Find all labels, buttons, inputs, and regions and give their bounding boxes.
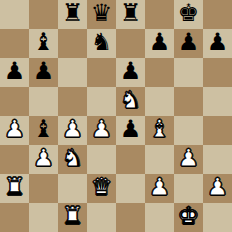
square-a3[interactable] [0, 145, 29, 174]
piece-black-bishop[interactable]: ♝ [33, 29, 55, 57]
square-b6[interactable]: ♟ [29, 58, 58, 87]
square-h7[interactable]: ♟ [203, 29, 232, 58]
square-g2[interactable] [174, 174, 203, 203]
piece-black-pawn[interactable]: ♟ [120, 58, 142, 86]
piece-white-pawn[interactable]: ♟ [178, 145, 200, 173]
chess-board-container: ♜♛♜♚♝♞♟♟♟♟♟♟♞♟♝♟♟♟♝♟♞♟♜♛♟♟♜♚ [0, 0, 232, 232]
square-g6[interactable] [174, 58, 203, 87]
square-f2[interactable]: ♟ [145, 174, 174, 203]
square-a4[interactable]: ♟ [0, 116, 29, 145]
piece-white-king[interactable]: ♚ [178, 203, 200, 231]
square-g1[interactable]: ♚ [174, 203, 203, 232]
piece-white-queen[interactable]: ♛ [91, 174, 113, 202]
square-d2[interactable]: ♛ [87, 174, 116, 203]
square-h6[interactable] [203, 58, 232, 87]
square-g7[interactable]: ♟ [174, 29, 203, 58]
square-d6[interactable] [87, 58, 116, 87]
square-b4[interactable]: ♝ [29, 116, 58, 145]
square-f3[interactable] [145, 145, 174, 174]
square-c7[interactable] [58, 29, 87, 58]
piece-white-pawn[interactable]: ♟ [207, 174, 229, 202]
square-c6[interactable] [58, 58, 87, 87]
square-c1[interactable]: ♜ [58, 203, 87, 232]
square-b5[interactable] [29, 87, 58, 116]
piece-white-rook[interactable]: ♜ [62, 203, 84, 231]
piece-white-pawn[interactable]: ♟ [62, 116, 84, 144]
square-f7[interactable]: ♟ [145, 29, 174, 58]
square-c8[interactable]: ♜ [58, 0, 87, 29]
square-h2[interactable]: ♟ [203, 174, 232, 203]
square-g3[interactable]: ♟ [174, 145, 203, 174]
square-c5[interactable] [58, 87, 87, 116]
piece-white-pawn[interactable]: ♟ [91, 116, 113, 144]
square-e8[interactable]: ♜ [116, 0, 145, 29]
square-h8[interactable] [203, 0, 232, 29]
square-e7[interactable] [116, 29, 145, 58]
piece-black-queen[interactable]: ♛ [91, 0, 113, 28]
piece-white-pawn[interactable]: ♟ [149, 174, 171, 202]
square-d4[interactable]: ♟ [87, 116, 116, 145]
piece-black-knight[interactable]: ♞ [91, 29, 113, 57]
square-a6[interactable]: ♟ [0, 58, 29, 87]
square-c2[interactable] [58, 174, 87, 203]
square-f6[interactable] [145, 58, 174, 87]
square-h4[interactable] [203, 116, 232, 145]
piece-white-bishop[interactable]: ♝ [149, 116, 171, 144]
square-f4[interactable]: ♝ [145, 116, 174, 145]
square-d7[interactable]: ♞ [87, 29, 116, 58]
square-b2[interactable] [29, 174, 58, 203]
piece-white-knight[interactable]: ♞ [62, 145, 84, 173]
piece-black-pawn[interactable]: ♟ [178, 29, 200, 57]
square-a5[interactable] [0, 87, 29, 116]
chess-board: ♜♛♜♚♝♞♟♟♟♟♟♟♞♟♝♟♟♟♝♟♞♟♜♛♟♟♜♚ [0, 0, 232, 232]
square-h1[interactable] [203, 203, 232, 232]
square-e4[interactable]: ♟ [116, 116, 145, 145]
square-b7[interactable]: ♝ [29, 29, 58, 58]
square-d3[interactable] [87, 145, 116, 174]
square-d5[interactable] [87, 87, 116, 116]
square-a1[interactable] [0, 203, 29, 232]
piece-black-pawn[interactable]: ♟ [149, 29, 171, 57]
piece-white-rook[interactable]: ♜ [4, 174, 26, 202]
square-f1[interactable] [145, 203, 174, 232]
square-b1[interactable] [29, 203, 58, 232]
square-h3[interactable] [203, 145, 232, 174]
square-d1[interactable] [87, 203, 116, 232]
piece-black-rook[interactable]: ♜ [62, 0, 84, 28]
square-e3[interactable] [116, 145, 145, 174]
square-g4[interactable] [174, 116, 203, 145]
square-c3[interactable]: ♞ [58, 145, 87, 174]
square-f5[interactable] [145, 87, 174, 116]
square-e2[interactable] [116, 174, 145, 203]
piece-black-pawn[interactable]: ♟ [33, 58, 55, 86]
piece-white-knight[interactable]: ♞ [120, 87, 142, 115]
piece-black-rook[interactable]: ♜ [120, 0, 142, 28]
square-g8[interactable]: ♚ [174, 0, 203, 29]
square-c4[interactable]: ♟ [58, 116, 87, 145]
square-d8[interactable]: ♛ [87, 0, 116, 29]
square-e6[interactable]: ♟ [116, 58, 145, 87]
piece-black-pawn[interactable]: ♟ [4, 58, 26, 86]
piece-black-bishop[interactable]: ♝ [33, 116, 55, 144]
square-h5[interactable] [203, 87, 232, 116]
piece-black-pawn[interactable]: ♟ [120, 116, 142, 144]
piece-black-king[interactable]: ♚ [178, 0, 200, 28]
square-e5[interactable]: ♞ [116, 87, 145, 116]
piece-black-pawn[interactable]: ♟ [207, 29, 229, 57]
square-b3[interactable]: ♟ [29, 145, 58, 174]
square-a2[interactable]: ♜ [0, 174, 29, 203]
square-a8[interactable] [0, 0, 29, 29]
piece-white-pawn[interactable]: ♟ [33, 145, 55, 173]
piece-white-pawn[interactable]: ♟ [4, 116, 26, 144]
square-g5[interactable] [174, 87, 203, 116]
square-b8[interactable] [29, 0, 58, 29]
square-e1[interactable] [116, 203, 145, 232]
square-a7[interactable] [0, 29, 29, 58]
square-f8[interactable] [145, 0, 174, 29]
